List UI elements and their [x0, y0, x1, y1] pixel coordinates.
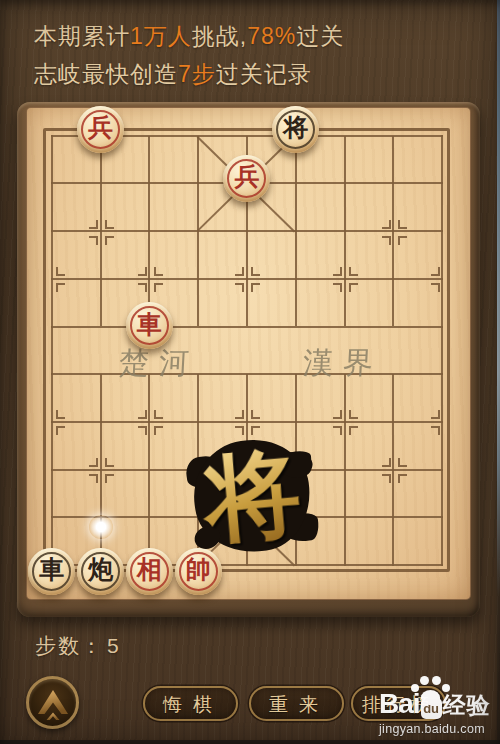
point-marker	[56, 283, 65, 292]
mountain-up-icon	[33, 683, 73, 723]
banner-line2: 志岐最快创造7步过关记录	[34, 56, 344, 92]
point-marker	[349, 426, 358, 435]
point-marker	[382, 474, 391, 483]
piece-character: 炮	[77, 548, 124, 595]
point-marker	[349, 267, 358, 276]
piece-character: 相	[126, 548, 173, 595]
watermark-logo-row: Baidu经验	[379, 688, 491, 722]
point-marker	[235, 267, 244, 276]
point-marker	[333, 283, 342, 292]
step-counter: 步数：5	[35, 632, 121, 660]
piece-character: 兵	[77, 106, 124, 153]
banner-highlight: 78%	[247, 23, 296, 49]
point-marker	[251, 267, 260, 276]
point-marker	[154, 426, 163, 435]
baidu-jingyan-watermark: Baidu经验 jingyan.baidu.com	[379, 688, 491, 736]
step-counter-label: 步数：	[35, 634, 104, 657]
point-marker	[138, 267, 147, 276]
point-marker	[431, 426, 440, 435]
point-marker	[431, 283, 440, 292]
challenge-banner: 本期累计1万人挑战,78%过关 志岐最快创造7步过关记录	[34, 18, 344, 92]
point-marker	[154, 410, 163, 419]
banner-highlight: 7步	[178, 61, 216, 87]
piece-black-general[interactable]: 将	[272, 106, 319, 153]
point-marker	[105, 220, 114, 229]
grid-line	[148, 136, 150, 327]
point-marker	[431, 267, 440, 276]
point-marker	[89, 236, 98, 245]
grid-line	[441, 135, 443, 566]
piece-character: 将	[272, 106, 319, 153]
grid-line	[51, 135, 53, 566]
grid-line	[392, 136, 394, 327]
point-marker	[56, 267, 65, 276]
banner-text-segment: 挑战,	[192, 23, 247, 49]
grid-line	[392, 374, 394, 566]
piece-character: 車	[28, 548, 75, 595]
banner-text-segment: 志岐最快创造	[34, 61, 178, 87]
grid-line	[344, 136, 346, 327]
point-marker	[56, 410, 65, 419]
point-marker	[235, 283, 244, 292]
point-marker	[333, 267, 342, 276]
point-marker	[138, 426, 147, 435]
point-marker	[154, 283, 163, 292]
point-marker	[89, 474, 98, 483]
check-stamp: 将	[190, 436, 316, 560]
point-marker	[382, 458, 391, 467]
step-counter-value: 5	[107, 634, 121, 657]
banner-text-segment: 本期累计	[34, 23, 130, 49]
grid-line	[100, 136, 102, 327]
grid-line	[344, 374, 346, 566]
river-label-right: 漢界	[302, 343, 384, 384]
banner-line1: 本期累计1万人挑战,78%过关	[34, 18, 344, 54]
point-marker	[89, 458, 98, 467]
point-marker	[105, 458, 114, 467]
piece-black-chariot[interactable]: 車	[28, 548, 75, 595]
point-marker	[105, 474, 114, 483]
piece-red-soldier[interactable]: 兵	[77, 106, 124, 153]
piece-character: 車	[126, 302, 173, 349]
point-marker	[398, 220, 407, 229]
point-marker	[382, 236, 391, 245]
check-character: 将	[185, 431, 321, 566]
watermark-url: jingyan.baidu.com	[379, 722, 491, 736]
point-marker	[398, 474, 407, 483]
point-marker	[398, 236, 407, 245]
restart-button[interactable]: 重来	[249, 686, 344, 721]
point-marker	[251, 410, 260, 419]
point-marker	[398, 458, 407, 467]
point-marker	[138, 410, 147, 419]
point-marker	[105, 236, 114, 245]
banner-text-segment: 过关记录	[216, 61, 312, 87]
piece-red-chariot[interactable]: 車	[126, 302, 173, 349]
point-marker	[333, 426, 342, 435]
point-marker	[382, 220, 391, 229]
banner-highlight: 1万人	[130, 23, 192, 49]
point-marker	[154, 267, 163, 276]
bottom-edge-bar	[0, 740, 500, 744]
point-marker	[56, 426, 65, 435]
paw-icon	[409, 676, 455, 708]
point-marker	[431, 410, 440, 419]
expand-button[interactable]	[26, 676, 79, 729]
app-screen: 本期累计1万人挑战,78%过关 志岐最快创造7步过关记录 楚河 漢界 兵将兵車車…	[0, 0, 500, 744]
point-marker	[89, 220, 98, 229]
piece-character: 兵	[223, 155, 270, 202]
piece-black-cannon[interactable]: 炮	[77, 548, 124, 595]
point-marker	[235, 410, 244, 419]
piece-red-soldier[interactable]: 兵	[223, 155, 270, 202]
move-indicator-dot	[89, 515, 113, 539]
undo-button[interactable]: 悔棋	[143, 686, 238, 721]
banner-text-segment: 过关	[296, 23, 344, 49]
point-marker	[333, 410, 342, 419]
grid-line	[148, 374, 150, 566]
point-marker	[251, 283, 260, 292]
point-marker	[138, 283, 147, 292]
point-marker	[349, 283, 358, 292]
point-marker	[349, 410, 358, 419]
piece-red-elephant[interactable]: 相	[126, 548, 173, 595]
